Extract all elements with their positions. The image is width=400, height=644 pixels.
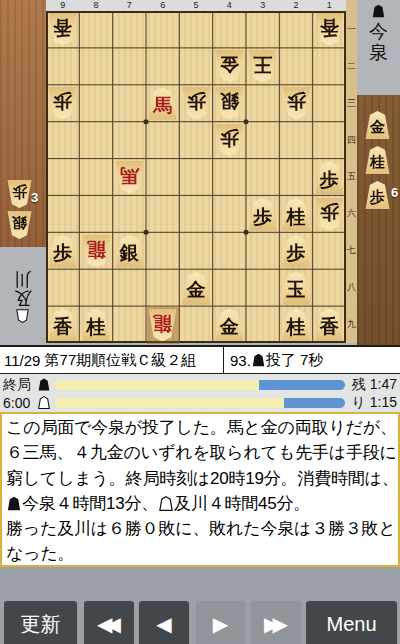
back-button[interactable]: ◀ (139, 601, 189, 644)
sente-hand-金: 金 (365, 111, 390, 139)
rank-label-9: 九 (346, 306, 357, 343)
rank-label-4: 四 (346, 122, 357, 159)
gote-player-name-char: 及 (14, 288, 32, 307)
gote-hand-tray: 歩3銀 (0, 0, 46, 247)
sente-time-remaining: 残 1:47 (349, 376, 397, 394)
commentary-line: 勝った及川は６勝０敗に、敗れた今泉は３勝３敗と (6, 516, 394, 541)
commentary-line: 窮してしまう。終局時刻は20時19分。消費時間は、 (6, 466, 394, 491)
sente-hand-tray: 金桂歩6 (357, 95, 400, 345)
sente-time-used (54, 380, 259, 390)
commentary-line: 今泉４時間13分、及川４時間45分。 (6, 491, 394, 516)
gote-hand-銀: 銀 (7, 211, 32, 239)
sente-hand-桂: 桂 (365, 146, 390, 174)
sente-hand-count: 6 (391, 185, 398, 200)
file-label-5: 5 (179, 0, 212, 11)
gote-time-remaining-bar (284, 398, 345, 408)
rank-label-5: 五 (346, 159, 357, 196)
commentary-line: なった。 (6, 541, 394, 566)
forward-button[interactable]: ▶ (196, 601, 245, 644)
commentary-box: この局面で今泉が投了した。馬と金の両取りだが、 ６三馬、４九金のいずれを取られて… (0, 412, 400, 567)
gote-player-panel: 及 川 (0, 247, 46, 345)
rank-label-6: 六 (346, 195, 357, 232)
forward-icon: ▶ (213, 614, 228, 634)
white-piece-icon (159, 496, 173, 511)
black-piece-icon (372, 4, 385, 18)
fast-forward-icon: ▶▶ (264, 614, 288, 634)
shogi-app-screen: 歩3銀 987654321 (0, 0, 400, 644)
back-icon: ◀ (156, 614, 171, 634)
black-piece-icon (7, 496, 21, 511)
file-label-9: 9 (46, 0, 79, 11)
sente-player-name-char: 今 (369, 21, 388, 42)
commentary-line: ６三馬、４九金のいずれを取られても先手は手段に (6, 440, 394, 465)
rank-label-7: 七 (346, 232, 357, 269)
rewind-button[interactable]: ◀◀ (84, 601, 134, 644)
file-label-7: 7 (113, 0, 146, 11)
sente-time-remaining-bar (259, 380, 345, 390)
commentary-line: この局面で今泉が投了した。馬と金の両取りだが、 (6, 415, 394, 440)
shogi-board[interactable]: 香香金王歩馬歩銀歩歩馬歩歩桂歩歩龍銀歩金玉香桂龍金桂香 (46, 11, 346, 343)
rewind-icon: ◀◀ (97, 614, 121, 634)
date-label: 11/29 (4, 352, 40, 369)
status-bar: 11/29 第77期順位戦Ｃ級２組 93.投了 7秒 (0, 345, 400, 374)
tournament-name: 第77期順位戦Ｃ級２組 (45, 351, 197, 370)
gote-time-remaining: り 1:15 (349, 394, 397, 412)
move-info: 93.投了 7秒 (224, 347, 400, 373)
move-text: 投了 7秒 (266, 351, 324, 370)
rank-labels: 一二三四五六七八九 (346, 0, 357, 343)
gote-time-bar (54, 398, 345, 408)
rank-label-3: 三 (346, 85, 357, 122)
move-number: 93. (230, 352, 251, 369)
board-area: 歩3銀 987654321 (0, 0, 400, 345)
sente-clock-label: 終局 (3, 376, 38, 394)
file-label-8: 8 (79, 0, 112, 11)
gote-hand-歩: 歩 (7, 180, 32, 208)
gote-clock-label: 6:00 (3, 395, 38, 411)
file-labels: 987654321 (46, 0, 346, 11)
sente-player-name-char: 泉 (369, 42, 388, 63)
sente-clock-row: 終局 残 1:47 (3, 377, 397, 392)
update-button[interactable]: 更新 (4, 601, 77, 644)
fast-forward-button[interactable]: ▶▶ (251, 601, 301, 644)
menu-button[interactable]: Menu (306, 601, 397, 644)
toolbar: 更新 ◀◀ ◀ ▶ ▶▶ Menu (0, 567, 400, 644)
gote-player-name-char: 川 (14, 269, 32, 288)
event-info: 11/29 第77期順位戦Ｃ級２組 (0, 347, 224, 373)
file-label-1: 1 (313, 0, 346, 11)
gote-time-used (54, 398, 284, 408)
gote-hand-count: 3 (31, 190, 38, 205)
black-piece-icon (252, 353, 265, 367)
black-piece-icon (38, 378, 50, 391)
file-label-3: 3 (246, 0, 279, 11)
rank-label-8: 八 (346, 269, 357, 306)
file-label-4: 4 (213, 0, 246, 11)
white-piece-icon (17, 309, 30, 323)
file-label-2: 2 (279, 0, 312, 11)
white-piece-icon (38, 396, 50, 409)
sente-player-panel: 今 泉 (357, 0, 400, 95)
rank-label-1: 一 (346, 11, 357, 48)
gote-clock-row: 6:00 り 1:15 (3, 395, 397, 410)
sente-hand-歩: 歩 (365, 181, 390, 209)
rank-label-2: 二 (346, 48, 357, 85)
sente-time-bar (54, 380, 345, 390)
file-label-6: 6 (146, 0, 179, 11)
clock-panel: 終局 残 1:47 6:00 り 1:15 (0, 374, 400, 412)
